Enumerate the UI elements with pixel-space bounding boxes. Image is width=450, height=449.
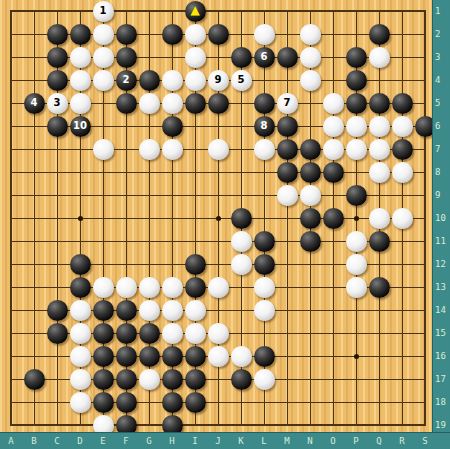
white-stone-Q10[interactable]: [369, 208, 390, 229]
white-stone-J16[interactable]: [208, 346, 229, 367]
row-label-8: 8: [435, 168, 440, 177]
black-stone-H2[interactable]: [162, 24, 183, 45]
column-label-S: S: [422, 437, 427, 446]
white-stone-E13[interactable]: [93, 277, 114, 298]
column-label-M: M: [284, 437, 289, 446]
black-stone-O10[interactable]: [323, 208, 344, 229]
row-label-19: 19: [435, 421, 446, 430]
grid-hline: [10, 424, 426, 426]
white-stone-H13[interactable]: [162, 277, 183, 298]
white-stone-G13[interactable]: [139, 277, 160, 298]
black-stone-Q2[interactable]: [369, 24, 390, 45]
triangle-marker-icon: ▲: [190, 4, 199, 16]
white-stone-H4[interactable]: [162, 70, 183, 91]
column-label-D: D: [77, 437, 82, 446]
black-stone-Q5[interactable]: [369, 93, 390, 114]
black-stone-F4[interactable]: 2: [116, 70, 137, 91]
column-label-O: O: [330, 437, 335, 446]
move-number-label: 10: [73, 121, 87, 131]
black-stone-E18[interactable]: [93, 392, 114, 413]
white-stone-N3[interactable]: [300, 47, 321, 68]
white-stone-P12[interactable]: [346, 254, 367, 275]
white-stone-Q6[interactable]: [369, 116, 390, 137]
hoshi-point: [354, 354, 359, 359]
row-label-15: 15: [435, 329, 446, 338]
white-stone-J13[interactable]: [208, 277, 229, 298]
row-label-12: 12: [435, 260, 446, 269]
black-stone-N7[interactable]: [300, 139, 321, 160]
white-stone-Q3[interactable]: [369, 47, 390, 68]
row-label-1: 1: [435, 7, 440, 16]
black-stone-I13[interactable]: [185, 277, 206, 298]
white-stone-D15[interactable]: [70, 323, 91, 344]
column-label-H: H: [169, 437, 174, 446]
white-stone-R8[interactable]: [392, 162, 413, 183]
black-stone-I5[interactable]: [185, 93, 206, 114]
white-stone-O5[interactable]: [323, 93, 344, 114]
black-stone-C15[interactable]: [47, 323, 68, 344]
row-label-17: 17: [435, 375, 446, 384]
white-stone-K16[interactable]: [231, 346, 252, 367]
column-label-B: B: [31, 437, 36, 446]
hoshi-point: [354, 216, 359, 221]
white-stone-H15[interactable]: [162, 323, 183, 344]
move-number-label: 7: [284, 98, 291, 108]
black-stone-L16[interactable]: [254, 346, 275, 367]
black-stone-I1[interactable]: ▲: [185, 1, 206, 22]
black-stone-I12[interactable]: [185, 254, 206, 275]
black-stone-K3[interactable]: [231, 47, 252, 68]
move-number-label: 4: [31, 98, 38, 108]
black-stone-J2[interactable]: [208, 24, 229, 45]
black-stone-D13[interactable]: [70, 277, 91, 298]
row-label-7: 7: [435, 145, 440, 154]
column-label-J: J: [215, 437, 220, 446]
row-label-11: 11: [435, 237, 446, 246]
black-stone-F18[interactable]: [116, 392, 137, 413]
column-label-P: P: [353, 437, 358, 446]
black-stone-G4[interactable]: [139, 70, 160, 91]
row-label-18: 18: [435, 398, 446, 407]
grid-vline: [287, 10, 288, 426]
black-stone-M8[interactable]: [277, 162, 298, 183]
black-stone-L5[interactable]: [254, 93, 275, 114]
black-stone-C2[interactable]: [47, 24, 68, 45]
black-stone-N10[interactable]: [300, 208, 321, 229]
white-stone-I14[interactable]: [185, 300, 206, 321]
column-label-A: A: [8, 437, 13, 446]
row-label-3: 3: [435, 53, 440, 62]
row-label-16: 16: [435, 352, 446, 361]
black-stone-L11[interactable]: [254, 231, 275, 252]
black-stone-P5[interactable]: [346, 93, 367, 114]
black-stone-N11[interactable]: [300, 231, 321, 252]
white-stone-J7[interactable]: [208, 139, 229, 160]
white-stone-E1[interactable]: 1: [93, 1, 114, 22]
move-number-label: 5: [238, 75, 245, 85]
black-stone-H18[interactable]: [162, 392, 183, 413]
row-label-14: 14: [435, 306, 446, 315]
white-stone-D14[interactable]: [70, 300, 91, 321]
white-stone-O6[interactable]: [323, 116, 344, 137]
white-stone-L7[interactable]: [254, 139, 275, 160]
row-label-5: 5: [435, 99, 440, 108]
white-stone-H7[interactable]: [162, 139, 183, 160]
white-stone-I4[interactable]: [185, 70, 206, 91]
white-stone-H5[interactable]: [162, 93, 183, 114]
row-label-10: 10: [435, 214, 446, 223]
black-stone-I17[interactable]: [185, 369, 206, 390]
row-label-13: 13: [435, 283, 446, 292]
white-stone-I3[interactable]: [185, 47, 206, 68]
black-stone-F15[interactable]: [116, 323, 137, 344]
white-stone-L17[interactable]: [254, 369, 275, 390]
column-label-Q: Q: [376, 437, 381, 446]
column-labels-strip: [0, 432, 450, 449]
black-stone-N8[interactable]: [300, 162, 321, 183]
black-stone-L12[interactable]: [254, 254, 275, 275]
move-number-label: 2: [123, 75, 130, 85]
black-stone-P4[interactable]: [346, 70, 367, 91]
white-stone-O7[interactable]: [323, 139, 344, 160]
black-stone-E15[interactable]: [93, 323, 114, 344]
white-stone-K11[interactable]: [231, 231, 252, 252]
black-stone-M3[interactable]: [277, 47, 298, 68]
white-stone-E2[interactable]: [93, 24, 114, 45]
white-stone-I15[interactable]: [185, 323, 206, 344]
white-stone-I2[interactable]: [185, 24, 206, 45]
white-stone-K4[interactable]: 5: [231, 70, 252, 91]
column-label-R: R: [399, 437, 404, 446]
black-stone-I18[interactable]: [185, 392, 206, 413]
black-stone-K17[interactable]: [231, 369, 252, 390]
move-number-label: 1: [100, 6, 107, 16]
white-stone-M5[interactable]: 7: [277, 93, 298, 114]
black-stone-D2[interactable]: [70, 24, 91, 45]
row-label-2: 2: [435, 30, 440, 39]
white-stone-R10[interactable]: [392, 208, 413, 229]
black-stone-F16[interactable]: [116, 346, 137, 367]
black-stone-F2[interactable]: [116, 24, 137, 45]
black-stone-H17[interactable]: [162, 369, 183, 390]
white-stone-D17[interactable]: [70, 369, 91, 390]
go-app-window: 1▲6295437108 ABCDEFGHIJKLMNOPQRS12345678…: [0, 0, 450, 449]
white-stone-F13[interactable]: [116, 277, 137, 298]
white-stone-D18[interactable]: [70, 392, 91, 413]
white-stone-D3[interactable]: [70, 47, 91, 68]
white-stone-R6[interactable]: [392, 116, 413, 137]
white-stone-P11[interactable]: [346, 231, 367, 252]
black-stone-K10[interactable]: [231, 208, 252, 229]
black-stone-P9[interactable]: [346, 185, 367, 206]
black-stone-D12[interactable]: [70, 254, 91, 275]
column-label-G: G: [146, 437, 151, 446]
white-stone-N9[interactable]: [300, 185, 321, 206]
white-stone-M9[interactable]: [277, 185, 298, 206]
black-stone-R5[interactable]: [392, 93, 413, 114]
white-stone-G17[interactable]: [139, 369, 160, 390]
black-stone-E16[interactable]: [93, 346, 114, 367]
white-stone-E4[interactable]: [93, 70, 114, 91]
black-stone-G16[interactable]: [139, 346, 160, 367]
black-stone-F5[interactable]: [116, 93, 137, 114]
black-stone-G15[interactable]: [139, 323, 160, 344]
black-stone-P3[interactable]: [346, 47, 367, 68]
black-stone-H6[interactable]: [162, 116, 183, 137]
black-stone-Q13[interactable]: [369, 277, 390, 298]
black-stone-L3[interactable]: 6: [254, 47, 275, 68]
column-label-N: N: [307, 437, 312, 446]
black-stone-F14[interactable]: [116, 300, 137, 321]
hoshi-point: [216, 216, 221, 221]
white-stone-D16[interactable]: [70, 346, 91, 367]
black-stone-F3[interactable]: [116, 47, 137, 68]
grid-vline: [424, 10, 426, 426]
black-stone-B17[interactable]: [24, 369, 45, 390]
white-stone-J15[interactable]: [208, 323, 229, 344]
black-stone-C6[interactable]: [47, 116, 68, 137]
white-stone-H14[interactable]: [162, 300, 183, 321]
column-label-C: C: [54, 437, 59, 446]
white-stone-G5[interactable]: [139, 93, 160, 114]
move-number-label: 8: [261, 121, 268, 131]
white-stone-D4[interactable]: [70, 70, 91, 91]
white-stone-G14[interactable]: [139, 300, 160, 321]
black-stone-F17[interactable]: [116, 369, 137, 390]
move-number-label: 3: [54, 98, 61, 108]
black-stone-M6[interactable]: [277, 116, 298, 137]
move-number-label: 6: [261, 52, 268, 62]
black-stone-D6[interactable]: 10: [70, 116, 91, 137]
black-stone-B5[interactable]: 4: [24, 93, 45, 114]
row-label-6: 6: [435, 122, 440, 131]
black-stone-M7[interactable]: [277, 139, 298, 160]
black-stone-O8[interactable]: [323, 162, 344, 183]
white-stone-G7[interactable]: [139, 139, 160, 160]
white-stone-L14[interactable]: [254, 300, 275, 321]
white-stone-E7[interactable]: [93, 139, 114, 160]
black-stone-E14[interactable]: [93, 300, 114, 321]
hoshi-point: [78, 216, 83, 221]
black-stone-I16[interactable]: [185, 346, 206, 367]
black-stone-C4[interactable]: [47, 70, 68, 91]
row-label-4: 4: [435, 76, 440, 85]
black-stone-E17[interactable]: [93, 369, 114, 390]
black-stone-C14[interactable]: [47, 300, 68, 321]
black-stone-C3[interactable]: [47, 47, 68, 68]
black-stone-H16[interactable]: [162, 346, 183, 367]
black-stone-Q11[interactable]: [369, 231, 390, 252]
column-label-E: E: [100, 437, 105, 446]
row-label-9: 9: [435, 191, 440, 200]
move-number-label: 9: [215, 75, 222, 85]
white-stone-Q8[interactable]: [369, 162, 390, 183]
white-stone-C5[interactable]: 3: [47, 93, 68, 114]
black-stone-R7[interactable]: [392, 139, 413, 160]
white-stone-N2[interactable]: [300, 24, 321, 45]
black-stone-J5[interactable]: [208, 93, 229, 114]
white-stone-N4[interactable]: [300, 70, 321, 91]
column-label-F: F: [123, 437, 128, 446]
go-board[interactable]: 1▲6295437108: [0, 0, 450, 449]
column-label-L: L: [261, 437, 266, 446]
white-stone-Q7[interactable]: [369, 139, 390, 160]
white-stone-P13[interactable]: [346, 277, 367, 298]
white-stone-L13[interactable]: [254, 277, 275, 298]
white-stone-K12[interactable]: [231, 254, 252, 275]
column-label-K: K: [238, 437, 243, 446]
white-stone-E3[interactable]: [93, 47, 114, 68]
white-stone-P7[interactable]: [346, 139, 367, 160]
white-stone-L2[interactable]: [254, 24, 275, 45]
white-stone-J4[interactable]: 9: [208, 70, 229, 91]
white-stone-D5[interactable]: [70, 93, 91, 114]
column-label-I: I: [192, 437, 197, 446]
black-stone-L6[interactable]: 8: [254, 116, 275, 137]
white-stone-P6[interactable]: [346, 116, 367, 137]
